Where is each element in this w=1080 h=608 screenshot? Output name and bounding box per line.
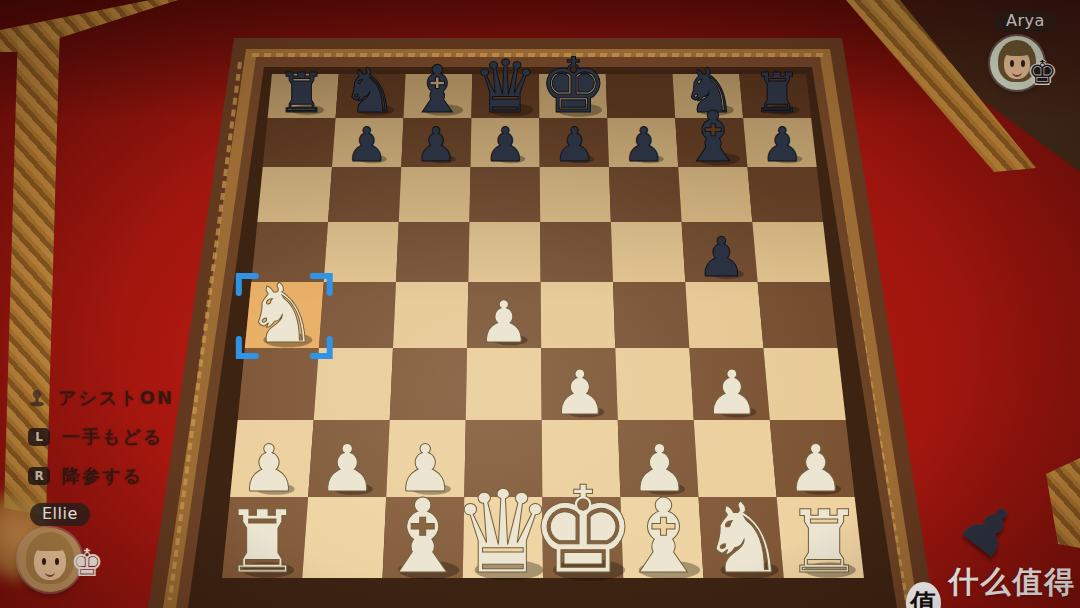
piece-black-pawn-g5[interactable]: ♟ xyxy=(697,225,746,289)
piece-white-bishop-f1[interactable]: ♝ xyxy=(618,477,710,596)
chess-board[interactable]: ♜♞♝♛♚♞♜♟♟♟♟♟♝♟♟♞♟♟♟♟♟♟♟♟♜♝♛♚♝♞♜ xyxy=(0,0,1080,608)
undo-label: 一手もどる xyxy=(62,425,163,449)
piece-black-pawn-d7[interactable]: ♟ xyxy=(484,117,526,172)
hud-undo[interactable]: L 一手もどる xyxy=(28,425,163,449)
piece-black-pawn-b7[interactable]: ♟ xyxy=(345,117,387,172)
hud-assist: アシストON xyxy=(28,386,174,410)
watermark: 值 什么值得买 xyxy=(906,562,1080,608)
piece-white-rook-a1[interactable]: ♜ xyxy=(223,492,300,592)
l-button-icon[interactable]: L xyxy=(28,428,50,446)
assist-label: アシストON xyxy=(58,386,174,410)
r-button-icon[interactable]: R xyxy=(28,467,50,485)
opponent-avatar xyxy=(990,36,1044,90)
watermark-badge: 值 xyxy=(906,582,941,608)
piece-black-bishop-g7[interactable]: ♝ xyxy=(681,96,744,178)
piece-white-knight-g1[interactable]: ♞ xyxy=(700,482,787,595)
opponent-name-badge: Arya xyxy=(994,10,1057,33)
game-screen: ♜♞♝♛♚♞♜♟♟♟♟♟♝♟♟♞♟♟♟♟♟♟♟♟♜♝♛♚♝♞♜ アシストON L… xyxy=(0,0,1080,608)
piece-black-pawn-e7[interactable]: ♟ xyxy=(553,117,595,172)
piece-black-pawn-f7[interactable]: ♟ xyxy=(622,117,664,172)
piece-black-pawn-c7[interactable]: ♟ xyxy=(415,117,457,172)
piece-white-pawn-b2[interactable]: ♟ xyxy=(318,430,376,506)
piece-black-rook-a8[interactable]: ♜ xyxy=(277,61,326,125)
hud-resign[interactable]: R 降参する xyxy=(28,464,143,488)
piece-black-bishop-c8[interactable]: ♝ xyxy=(408,52,466,127)
piece-black-pawn-h7[interactable]: ♟ xyxy=(761,117,803,172)
piece-white-pawn-e3[interactable]: ♟ xyxy=(552,357,607,429)
piece-black-rook-h8[interactable]: ♜ xyxy=(752,61,801,125)
piece-white-pawn-d4[interactable]: ♟ xyxy=(478,288,530,356)
resign-label: 降参する xyxy=(62,464,143,488)
player-avatar xyxy=(18,528,82,592)
player-name-badge: Ellie xyxy=(30,503,90,526)
joystick-icon xyxy=(28,389,46,407)
piece-white-pawn-g3[interactable]: ♟ xyxy=(704,357,759,429)
watermark-text: 什么值得买 xyxy=(949,562,1080,608)
piece-white-knight-a4[interactable]: ♞ xyxy=(245,266,318,361)
piece-white-rook-h1[interactable]: ♜ xyxy=(785,492,862,592)
